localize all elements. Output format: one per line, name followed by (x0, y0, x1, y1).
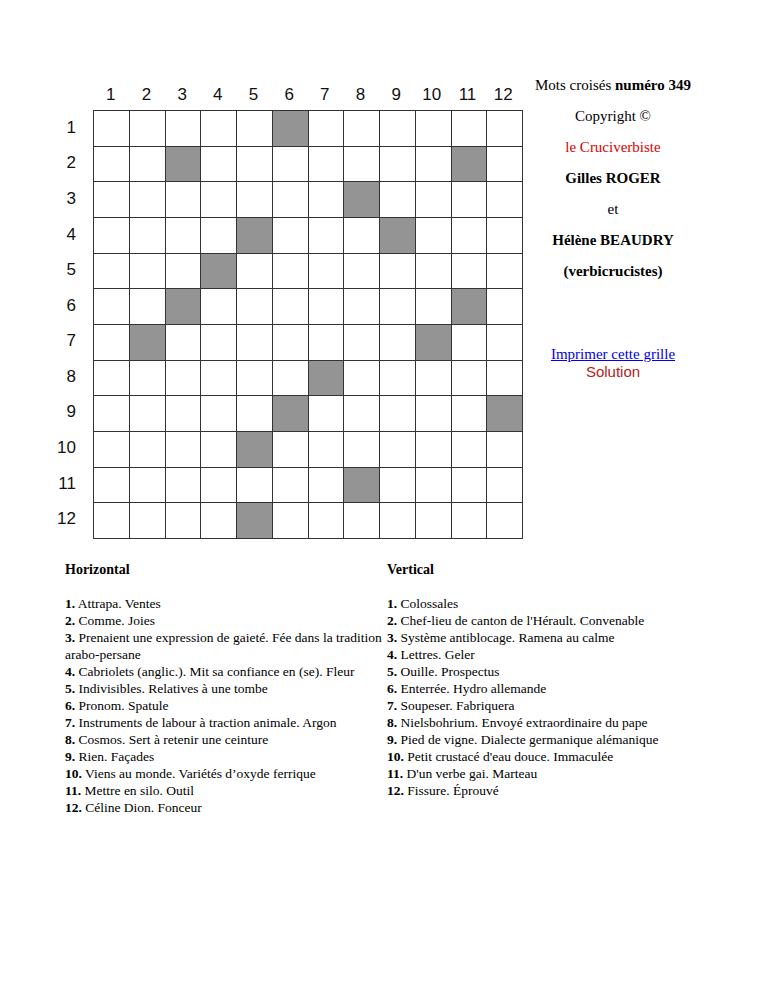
grid-cell-r11-c5 (237, 468, 272, 503)
horizontal-clues-list: 1. Attrapa. Ventes2. Comme. Joies3. Pren… (65, 595, 395, 816)
grid-cell-r4-c6 (273, 218, 308, 253)
clue-vertical-7-text: Soupeser. Fabriquera (397, 698, 514, 713)
grid-cell-r6-c7 (309, 289, 344, 324)
grid-cell-r11-c10 (416, 468, 451, 503)
grid-cell-r1-c4 (201, 111, 236, 146)
grid-cell-r8-c3 (166, 361, 201, 396)
clue-horizontal-4-text: Cabriolets (anglic.). Mit sa confiance e… (75, 664, 354, 679)
col-label-7: 7 (307, 82, 343, 106)
clue-horizontal-4: 4. Cabriolets (anglic.). Mit sa confianc… (65, 663, 395, 680)
vertical-clues-section: Vertical 1. Colossales2. Chef-lieu de ca… (387, 561, 747, 799)
grid-cell-r3-c2 (130, 182, 165, 217)
grid-cell-r4-c7 (309, 218, 344, 253)
clue-vertical-2: 2. Chef-lieu de canton de l'Hérault. Con… (387, 612, 747, 629)
grid-cell-r6-c8 (344, 289, 379, 324)
grid-cell-r5-c9 (380, 254, 415, 289)
grid-cell-r1-c3 (166, 111, 201, 146)
grid-cell-r11-c8-blocked (344, 468, 379, 503)
puzzle-number: numéro 349 (615, 77, 691, 93)
grid-cell-r9-c8 (344, 396, 379, 431)
grid-cell-r4-c10 (416, 218, 451, 253)
clue-horizontal-5-number: 5. (65, 681, 75, 696)
vertical-clues-title: Vertical (387, 561, 747, 578)
clue-vertical-4-number: 4. (387, 647, 397, 662)
grid-cell-r2-c11-blocked (452, 147, 487, 182)
grid-cell-r8-c10 (416, 361, 451, 396)
author-2: Hélène BEAUDRY (503, 231, 723, 249)
clue-vertical-11-number: 11. (387, 766, 403, 781)
grid-cell-r11-c12 (487, 468, 522, 503)
grid-cell-r4-c3 (166, 218, 201, 253)
grid-cell-r2-c4 (201, 147, 236, 182)
grid-cell-r5-c4-blocked (201, 254, 236, 289)
row-label-12: 12 (47, 501, 85, 537)
clue-vertical-2-text: Chef-lieu de canton de l'Hérault. Conven… (397, 613, 644, 628)
row-label-2: 2 (47, 146, 85, 182)
crossword-grid (93, 110, 523, 539)
grid-cell-r6-c4 (201, 289, 236, 324)
clue-vertical-10-number: 10. (387, 749, 404, 764)
grid-cell-r11-c11 (452, 468, 487, 503)
grid-cell-r10-c1 (94, 432, 129, 467)
grid-cell-r12-c4 (201, 503, 236, 538)
row-label-5: 5 (47, 252, 85, 288)
grid-cell-r6-c5 (237, 289, 272, 324)
clue-horizontal-1-number: 1. (65, 596, 75, 611)
clue-horizontal-1-text: Attrapa. Ventes (75, 596, 161, 611)
grid-cell-r10-c7 (309, 432, 344, 467)
grid-cell-r1-c10 (416, 111, 451, 146)
grid-cell-r12-c10 (416, 503, 451, 538)
clue-vertical-12-text: Fissure. Éprouvé (404, 783, 499, 798)
row-labels: 123456789101112 (47, 110, 85, 537)
clue-horizontal-11-text: Mettre en silo. Outil (81, 783, 194, 798)
grid-cell-r3-c6 (273, 182, 308, 217)
clue-horizontal-7: 7. Instruments de labour à traction anim… (65, 714, 395, 731)
grid-cell-r12-c11 (452, 503, 487, 538)
print-grid-link[interactable]: Imprimer cette grille (503, 346, 723, 363)
clue-horizontal-12-text: Céline Dion. Fonceur (82, 800, 202, 815)
sidebar: Mots croisés numéro 349 Copyright © le C… (503, 76, 723, 380)
grid-cell-r10-c8 (344, 432, 379, 467)
grid-cell-r11-c2 (130, 468, 165, 503)
clue-horizontal-7-text: Instruments de labour à traction animale… (75, 715, 336, 730)
grid-cell-r8-c6 (273, 361, 308, 396)
solution-link[interactable]: Solution (503, 363, 723, 380)
clue-vertical-5-number: 5. (387, 664, 397, 679)
clue-horizontal-10: 10. Viens au monde. Variétés d’oxyde fer… (65, 765, 395, 782)
grid-cell-r2-c10 (416, 147, 451, 182)
grid-cell-r9-c5 (237, 396, 272, 431)
grid-cell-r11-c1 (94, 468, 129, 503)
clue-horizontal-10-number: 10. (65, 766, 82, 781)
col-label-9: 9 (378, 82, 414, 106)
grid-cell-r9-c12-blocked (487, 396, 522, 431)
grid-cell-r2-c9 (380, 147, 415, 182)
grid-cell-r7-c7 (309, 325, 344, 360)
grid-cell-r1-c11 (452, 111, 487, 146)
grid-cell-r3-c9 (380, 182, 415, 217)
grid-cell-r6-c2 (130, 289, 165, 324)
clue-horizontal-3: 3. Prenaient une expression de gaieté. F… (65, 629, 395, 663)
grid-cell-r2-c2 (130, 147, 165, 182)
grid-cell-r12-c12 (487, 503, 522, 538)
grid-cell-r9-c2 (130, 396, 165, 431)
grid-cell-r7-c4 (201, 325, 236, 360)
grid-cell-r3-c11 (452, 182, 487, 217)
clue-vertical-6-text: Enterrée. Hydro allemande (397, 681, 546, 696)
clue-vertical-5-text: Ouille. Prospectus (397, 664, 499, 679)
clue-horizontal-2-number: 2. (65, 613, 75, 628)
grid-cell-r1-c2 (130, 111, 165, 146)
horizontal-clues-section: Horizontal 1. Attrapa. Ventes2. Comme. J… (65, 561, 395, 816)
grid-cell-r8-c9 (380, 361, 415, 396)
grid-cell-r9-c11 (452, 396, 487, 431)
col-label-6: 6 (271, 82, 307, 106)
grid-cell-r3-c5 (237, 182, 272, 217)
col-label-3: 3 (164, 82, 200, 106)
grid-cell-r1-c9 (380, 111, 415, 146)
col-label-5: 5 (236, 82, 272, 106)
puzzle-title: Mots croisés numéro 349 (503, 76, 723, 94)
grid-cell-r11-c7 (309, 468, 344, 503)
grid-cell-r12-c9 (380, 503, 415, 538)
grid-cell-r10-c12 (487, 432, 522, 467)
clue-horizontal-8: 8. Cosmos. Sert à retenir une ceinture (65, 731, 395, 748)
clue-vertical-9: 9. Pied de vigne. Dialecte germanique al… (387, 731, 747, 748)
row-label-1: 1 (47, 110, 85, 146)
grid-cell-r2-c7 (309, 147, 344, 182)
grid-cell-r8-c1 (94, 361, 129, 396)
clue-horizontal-10-text: Viens au monde. Variétés d’oxyde ferriqu… (82, 766, 316, 781)
col-label-11: 11 (450, 82, 486, 106)
clue-horizontal-9-text: Rien. Façades (75, 749, 154, 764)
clue-horizontal-9-number: 9. (65, 749, 75, 764)
clue-horizontal-6-number: 6. (65, 698, 75, 713)
grid-cell-r5-c8 (344, 254, 379, 289)
clue-vertical-8-text: Nielsbohrium. Envoyé extraordinaire du p… (397, 715, 647, 730)
grid-cell-r3-c10 (416, 182, 451, 217)
clue-vertical-1-text: Colossales (397, 596, 458, 611)
grid-cell-r8-c11 (452, 361, 487, 396)
clue-vertical-9-text: Pied de vigne. Dialecte germanique aléma… (397, 732, 658, 747)
grid-cell-r3-c7 (309, 182, 344, 217)
grid-cell-r2-c1 (94, 147, 129, 182)
clue-horizontal-4-number: 4. (65, 664, 75, 679)
grid-cell-r7-c5 (237, 325, 272, 360)
grid-cell-r7-c9 (380, 325, 415, 360)
clue-horizontal-3-number: 3. (65, 630, 75, 645)
grid-cell-r8-c4 (201, 361, 236, 396)
site-name: le Cruciverbiste (503, 138, 723, 156)
grid-cell-r10-c10 (416, 432, 451, 467)
grid-cell-r11-c4 (201, 468, 236, 503)
clue-horizontal-2: 2. Comme. Joies (65, 612, 395, 629)
grid-cell-r1-c7 (309, 111, 344, 146)
col-label-10: 10 (414, 82, 450, 106)
grid-cell-r2-c6 (273, 147, 308, 182)
clue-horizontal-9: 9. Rien. Façades (65, 748, 395, 765)
grid-cell-r9-c9 (380, 396, 415, 431)
grid-cell-r4-c11 (452, 218, 487, 253)
grid-cell-r10-c5-blocked (237, 432, 272, 467)
clue-horizontal-12: 12. Céline Dion. Fonceur (65, 799, 395, 816)
col-label-8: 8 (343, 82, 379, 106)
clue-vertical-1: 1. Colossales (387, 595, 747, 612)
grid-cell-r12-c1 (94, 503, 129, 538)
grid-cell-r1-c6-blocked (273, 111, 308, 146)
grid-cell-r7-c2-blocked (130, 325, 165, 360)
grid-cell-r10-c3 (166, 432, 201, 467)
grid-cell-r9-c10 (416, 396, 451, 431)
grid-cell-r4-c4 (201, 218, 236, 253)
clue-vertical-4: 4. Lettres. Geler (387, 646, 747, 663)
grid-cell-r6-c1 (94, 289, 129, 324)
grid-cell-r10-c6 (273, 432, 308, 467)
clue-vertical-3: 3. Système antiblocage. Ramena au calme (387, 629, 747, 646)
grid-cell-r12-c3 (166, 503, 201, 538)
author-1: Gilles ROGER (503, 169, 723, 187)
clue-vertical-12: 12. Fissure. Éprouvé (387, 782, 747, 799)
grid-cell-r7-c1 (94, 325, 129, 360)
grid-cell-r1-c5 (237, 111, 272, 146)
grid-cell-r5-c11 (452, 254, 487, 289)
col-label-1: 1 (93, 82, 129, 106)
grid-cell-r12-c8 (344, 503, 379, 538)
clue-horizontal-8-number: 8. (65, 732, 75, 747)
puzzle-title-prefix: Mots croisés (535, 77, 611, 93)
grid-cell-r7-c3 (166, 325, 201, 360)
grid-cell-r10-c2 (130, 432, 165, 467)
grid-cell-r6-c11-blocked (452, 289, 487, 324)
grid-cell-r9-c3 (166, 396, 201, 431)
grid-cell-r3-c8-blocked (344, 182, 379, 217)
clue-vertical-8: 8. Nielsbohrium. Envoyé extraordinaire d… (387, 714, 747, 731)
clue-vertical-8-number: 8. (387, 715, 397, 730)
clue-vertical-2-number: 2. (387, 613, 397, 628)
clue-horizontal-12-number: 12. (65, 800, 82, 815)
grid-cell-r3-c3 (166, 182, 201, 217)
column-labels: 123456789101112 (93, 82, 521, 106)
clue-horizontal-8-text: Cosmos. Sert à retenir une ceinture (75, 732, 268, 747)
grid-cell-r6-c10 (416, 289, 451, 324)
clue-horizontal-7-number: 7. (65, 715, 75, 730)
row-label-4: 4 (47, 217, 85, 253)
grid-cell-r7-c10-blocked (416, 325, 451, 360)
grid-cell-r9-c6-blocked (273, 396, 308, 431)
col-label-4: 4 (200, 82, 236, 106)
copyright-line: Copyright © (503, 107, 723, 125)
row-label-8: 8 (47, 359, 85, 395)
grid-cell-r8-c7-blocked (309, 361, 344, 396)
grid-cell-r9-c1 (94, 396, 129, 431)
clue-vertical-9-number: 9. (387, 732, 397, 747)
sidebar-spacer (503, 293, 723, 346)
grid-cell-r2-c3-blocked (166, 147, 201, 182)
vertical-clues-list: 1. Colossales2. Chef-lieu de canton de l… (387, 595, 747, 799)
clue-horizontal-6: 6. Pronom. Spatule (65, 697, 395, 714)
row-label-9: 9 (47, 395, 85, 431)
clue-vertical-5: 5. Ouille. Prospectus (387, 663, 747, 680)
row-label-10: 10 (47, 430, 85, 466)
clue-vertical-3-text: Système antiblocage. Ramena au calme (397, 630, 614, 645)
grid-cell-r2-c8 (344, 147, 379, 182)
row-label-11: 11 (47, 466, 85, 502)
grid-cell-r5-c10 (416, 254, 451, 289)
grid-cell-r11-c3 (166, 468, 201, 503)
grid-cell-r4-c2 (130, 218, 165, 253)
clue-horizontal-1: 1. Attrapa. Ventes (65, 595, 395, 612)
grid-cell-r8-c2 (130, 361, 165, 396)
grid-cell-r8-c5 (237, 361, 272, 396)
clue-vertical-7-number: 7. (387, 698, 397, 713)
row-label-6: 6 (47, 288, 85, 324)
clue-vertical-12-number: 12. (387, 783, 404, 798)
authors-role: (verbicrucistes) (503, 262, 723, 280)
clue-vertical-10: 10. Petit crustacé d'eau douce. Immaculé… (387, 748, 747, 765)
grid-cell-r5-c7 (309, 254, 344, 289)
grid-cell-r7-c6 (273, 325, 308, 360)
grid-cell-r1-c8 (344, 111, 379, 146)
clue-horizontal-5-text: Indivisibles. Relatives à une tombe (75, 681, 268, 696)
clue-vertical-6-number: 6. (387, 681, 397, 696)
grid-cell-r12-c2 (130, 503, 165, 538)
grid-cell-r6-c9 (380, 289, 415, 324)
clue-vertical-7: 7. Soupeser. Fabriquera (387, 697, 747, 714)
grid-cell-r5-c6 (273, 254, 308, 289)
clue-horizontal-5: 5. Indivisibles. Relatives à une tombe (65, 680, 395, 697)
clue-vertical-3-number: 3. (387, 630, 397, 645)
grid-cell-r5-c1 (94, 254, 129, 289)
clue-horizontal-2-text: Comme. Joies (75, 613, 155, 628)
grid-cell-r6-c6 (273, 289, 308, 324)
grid-cell-r5-c3 (166, 254, 201, 289)
clue-vertical-1-number: 1. (387, 596, 397, 611)
grid-cell-r9-c7 (309, 396, 344, 431)
grid-cell-r12-c5-blocked (237, 503, 272, 538)
grid-cell-r6-c3-blocked (166, 289, 201, 324)
grid-cell-r4-c8 (344, 218, 379, 253)
horizontal-clues-title: Horizontal (65, 561, 395, 578)
grid-cell-r3-c4 (201, 182, 236, 217)
grid-cell-r4-c9-blocked (380, 218, 415, 253)
grid-cell-r10-c11 (452, 432, 487, 467)
grid-cell-r1-c1 (94, 111, 129, 146)
grid-cell-r10-c4 (201, 432, 236, 467)
clue-vertical-6: 6. Enterrée. Hydro allemande (387, 680, 747, 697)
clue-vertical-11: 11. D'un verbe gai. Marteau (387, 765, 747, 782)
col-label-2: 2 (129, 82, 165, 106)
grid-cell-r5-c2 (130, 254, 165, 289)
clue-vertical-11-text: D'un verbe gai. Marteau (403, 766, 537, 781)
grid-cell-r11-c9 (380, 468, 415, 503)
row-label-3: 3 (47, 181, 85, 217)
clue-vertical-10-text: Petit crustacé d'eau douce. Immaculée (404, 749, 613, 764)
grid-cell-r4-c5-blocked (237, 218, 272, 253)
grid-cell-r12-c6 (273, 503, 308, 538)
grid-cell-r7-c8 (344, 325, 379, 360)
clue-horizontal-11-number: 11. (65, 783, 81, 798)
grid-cell-r2-c5 (237, 147, 272, 182)
grid-cell-r5-c5 (237, 254, 272, 289)
grid-cell-r4-c1 (94, 218, 129, 253)
grid-cell-r3-c1 (94, 182, 129, 217)
row-label-7: 7 (47, 323, 85, 359)
grid-cell-r9-c4 (201, 396, 236, 431)
grid-cell-r12-c7 (309, 503, 344, 538)
grid-cell-r10-c9 (380, 432, 415, 467)
clue-horizontal-11: 11. Mettre en silo. Outil (65, 782, 395, 799)
clue-horizontal-6-text: Pronom. Spatule (75, 698, 168, 713)
conjunction: et (503, 200, 723, 218)
grid-cell-r8-c8 (344, 361, 379, 396)
grid-cell-r7-c11 (452, 325, 487, 360)
clue-horizontal-3-text: Prenaient une expression de gaieté. Fée … (65, 630, 382, 662)
clue-vertical-4-text: Lettres. Geler (397, 647, 475, 662)
grid-cell-r11-c6 (273, 468, 308, 503)
